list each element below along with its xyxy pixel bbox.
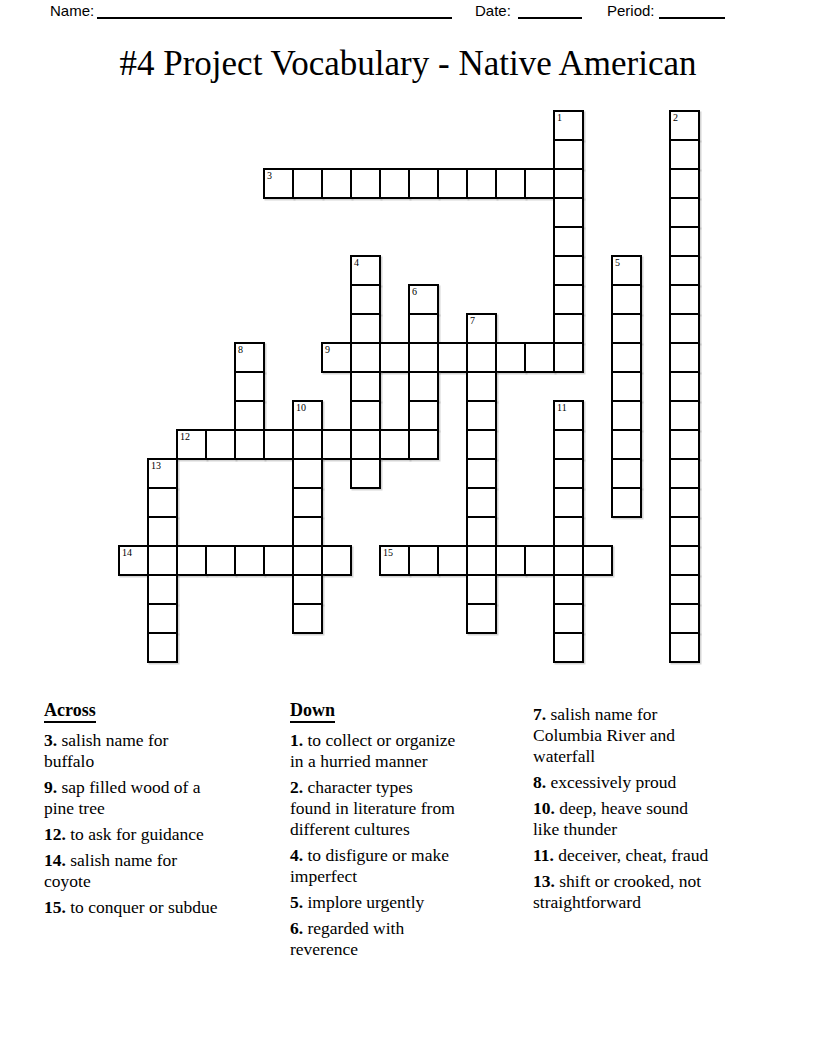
grid-cell[interactable] [379,168,410,199]
grid-cell[interactable] [234,371,265,402]
grid-cell[interactable] [466,545,497,576]
grid-cell[interactable] [147,574,178,605]
grid-cell[interactable]: 4 [350,255,381,286]
period-blank-line[interactable] [659,1,725,19]
grid-cell[interactable] [408,313,439,344]
grid-cell[interactable] [553,226,584,257]
grid-cell[interactable] [466,429,497,460]
grid-cell[interactable] [611,284,642,315]
grid-cell[interactable] [553,545,584,576]
clue-line: in a hurried manner [290,751,530,772]
grid-cell[interactable] [292,516,323,547]
across-heading: Across [44,700,284,723]
grid-cell[interactable]: 1 [553,110,584,141]
grid-cell[interactable] [263,429,294,460]
grid-cell[interactable] [437,545,468,576]
grid-cell[interactable] [350,458,381,489]
period-label: Period: [607,2,655,19]
grid-cell[interactable] [553,197,584,228]
grid-cell[interactable] [669,371,700,402]
clue-15: 15. to conquer or subdue [44,897,284,918]
grid-cell[interactable]: 11 [553,400,584,431]
grid-cell[interactable] [553,632,584,663]
page-title: #4 Project Vocabulary - Native American [0,44,816,84]
clue-line: 10. deep, heave sound [533,798,793,819]
grid-cell[interactable] [379,342,410,373]
grid-cell[interactable] [234,400,265,431]
grid-cell[interactable] [466,371,497,402]
grid-cell[interactable] [495,168,526,199]
grid-cell[interactable] [669,226,700,257]
cell-number: 11 [557,402,567,413]
grid-cell[interactable] [205,429,236,460]
grid-cell[interactable] [205,545,236,576]
grid-cell[interactable] [669,487,700,518]
grid-cell[interactable] [553,429,584,460]
grid-cell[interactable] [466,603,497,634]
clue-line: like thunder [533,819,793,840]
date-blank-line[interactable] [518,1,582,19]
grid-cell[interactable] [611,313,642,344]
clue-9: 9. sap filled wood of apine tree [44,777,284,819]
grid-cell[interactable] [553,255,584,286]
grid-cell[interactable]: 9 [321,342,352,373]
grid-cell[interactable] [234,429,265,460]
clue-7: 7. salish name forColumbia River andwate… [533,704,793,767]
grid-cell[interactable]: 6 [408,284,439,315]
grid-cell[interactable] [408,342,439,373]
cell-number: 14 [122,547,132,558]
grid-cell[interactable] [669,603,700,634]
cell-number: 5 [615,257,620,268]
name-label: Name: [50,2,94,19]
cell-number: 1 [557,112,562,123]
grid-cell[interactable] [147,632,178,663]
grid-cell[interactable]: 12 [176,429,207,460]
grid-cell[interactable] [669,255,700,286]
grid-cell[interactable] [147,487,178,518]
grid-cell[interactable] [553,487,584,518]
grid-cell[interactable] [437,342,468,373]
grid-cell[interactable] [611,371,642,402]
grid-cell[interactable] [669,168,700,199]
clue-line: 7. salish name for [533,704,793,725]
grid-cell[interactable] [350,342,381,373]
cell-number: 10 [296,402,306,413]
worksheet-page: Name: Date: Period: #4 Project Vocabular… [0,0,816,1056]
clue-line: 5. implore urgently [290,892,530,913]
grid-cell[interactable] [553,139,584,170]
clue-1: 1. to collect or organizein a hurried ma… [290,730,530,772]
grid-cell[interactable] [669,139,700,170]
grid-cell[interactable] [553,342,584,373]
grid-cell[interactable] [669,429,700,460]
grid-cell[interactable] [292,487,323,518]
grid-cell[interactable]: 7 [466,313,497,344]
grid-cell[interactable] [495,545,526,576]
grid-cell[interactable] [437,168,468,199]
grid-cell[interactable] [553,574,584,605]
grid-cell[interactable] [611,400,642,431]
grid-cell[interactable]: 15 [379,545,410,576]
grid-cell[interactable] [408,400,439,431]
grid-cell[interactable] [611,342,642,373]
clue-line: 14. salish name for [44,850,284,871]
clue-11: 11. deceiver, cheat, fraud [533,845,793,866]
grid-cell[interactable] [524,342,555,373]
grid-cell[interactable] [669,342,700,373]
clue-2: 2. character typesfound in literature fr… [290,777,530,840]
cell-number: 15 [383,547,393,558]
clue-13: 13. shift or crooked, notstraightforward [533,871,793,913]
clue-line: pine tree [44,798,284,819]
cell-number: 9 [325,344,330,355]
clue-line: 3. salish name for [44,730,284,751]
grid-cell[interactable] [553,284,584,315]
grid-cell[interactable] [263,545,294,576]
grid-cell[interactable] [466,516,497,547]
grid-cell[interactable] [582,545,613,576]
grid-cell[interactable]: 14 [118,545,149,576]
grid-cell[interactable] [669,574,700,605]
grid-cell[interactable] [350,284,381,315]
clue-line: imperfect [290,866,530,887]
grid-cell[interactable] [292,574,323,605]
grid-cell[interactable] [466,487,497,518]
clue-line: Columbia River and [533,725,793,746]
clue-5: 5. implore urgently [290,892,530,913]
grid-cell[interactable] [669,632,700,663]
grid-cell[interactable] [466,168,497,199]
cell-number: 13 [151,460,161,471]
grid-cell[interactable] [292,603,323,634]
cell-number: 6 [412,286,417,297]
cell-number: 12 [180,431,190,442]
grid-cell[interactable]: 8 [234,342,265,373]
clue-line: 13. shift or crooked, not [533,871,793,892]
grid-cell[interactable] [669,400,700,431]
grid-cell[interactable] [292,168,323,199]
clue-line: coyote [44,871,284,892]
grid-cell[interactable] [408,168,439,199]
grid-cell[interactable] [147,545,178,576]
grid-cell[interactable] [466,458,497,489]
grid-cell[interactable] [408,429,439,460]
down-clues-column: Down 1. to collect or organizein a hurri… [290,700,530,965]
clue-line: 9. sap filled wood of a [44,777,284,798]
clue-line: 15. to conquer or subdue [44,897,284,918]
grid-cell[interactable] [176,545,207,576]
grid-cell[interactable]: 3 [263,168,294,199]
grid-cell[interactable] [669,545,700,576]
grid-cell[interactable] [408,545,439,576]
clue-line: 12. to ask for guidance [44,824,284,845]
grid-cell[interactable] [321,168,352,199]
clue-line: buffalo [44,751,284,772]
grid-cell[interactable] [350,313,381,344]
grid-cell[interactable] [350,429,381,460]
grid-cell[interactable] [611,458,642,489]
clue-line: straightforward [533,892,793,913]
clue-8: 8. excessively proud [533,772,793,793]
clue-14: 14. salish name forcoyote [44,850,284,892]
grid-cell[interactable] [321,429,352,460]
grid-cell[interactable] [408,371,439,402]
clue-line: 6. regarded with [290,918,530,939]
grid-cell[interactable] [234,545,265,576]
down-clues-column-continued: 7. salish name forColumbia River andwate… [533,704,793,918]
grid-cell[interactable] [379,429,410,460]
grid-cell[interactable] [669,197,700,228]
grid-cell[interactable] [611,429,642,460]
grid-cell[interactable] [524,168,555,199]
grid-cell[interactable] [669,516,700,547]
grid-cell[interactable]: 2 [669,110,700,141]
clue-line: 8. excessively proud [533,772,793,793]
grid-cell[interactable] [553,458,584,489]
cell-number: 4 [354,257,359,268]
grid-cell[interactable] [466,342,497,373]
grid-cell[interactable] [524,545,555,576]
clue-12: 12. to ask for guidance [44,824,284,845]
name-blank-line[interactable] [97,1,452,19]
date-label: Date: [475,2,511,19]
clue-line: waterfall [533,746,793,767]
grid-cell[interactable] [466,400,497,431]
grid-cell[interactable]: 5 [611,255,642,286]
clue-line: 4. to disfigure or make [290,845,530,866]
across-clues-column: Across 3. salish name forbuffalo9. sap f… [44,700,284,923]
clue-4: 4. to disfigure or makeimperfect [290,845,530,887]
grid-cell[interactable]: 10 [292,400,323,431]
clue-line: 11. deceiver, cheat, fraud [533,845,793,866]
cell-number: 7 [470,315,475,326]
grid-cell[interactable] [350,168,381,199]
cell-number: 3 [267,170,272,181]
grid-cell[interactable] [350,371,381,402]
clue-line: different cultures [290,819,530,840]
grid-cell[interactable] [495,342,526,373]
grid-cell[interactable] [553,313,584,344]
cell-number: 8 [238,344,243,355]
clue-line: 1. to collect or organize [290,730,530,751]
grid-cell[interactable] [466,574,497,605]
clue-3: 3. salish name forbuffalo [44,730,284,772]
grid-cell[interactable] [321,545,352,576]
cell-number: 2 [673,112,678,123]
grid-cell[interactable] [292,429,323,460]
clue-6: 6. regarded withreverence [290,918,530,960]
grid-cell[interactable] [553,168,584,199]
grid-cell[interactable]: 13 [147,458,178,489]
clue-10: 10. deep, heave soundlike thunder [533,798,793,840]
grid-cell[interactable] [669,284,700,315]
grid-cell[interactable] [147,516,178,547]
clue-line: 2. character types [290,777,530,798]
grid-cell[interactable] [553,603,584,634]
grid-cell[interactable] [292,458,323,489]
grid-cell[interactable] [669,458,700,489]
grid-cell[interactable] [292,545,323,576]
grid-cell[interactable] [669,313,700,344]
clue-line: found in literature from [290,798,530,819]
grid-cell[interactable] [147,603,178,634]
grid-cell[interactable] [611,487,642,518]
down-heading: Down [290,700,530,723]
grid-cell[interactable] [553,516,584,547]
grid-cell[interactable] [350,400,381,431]
clue-line: reverence [290,939,530,960]
